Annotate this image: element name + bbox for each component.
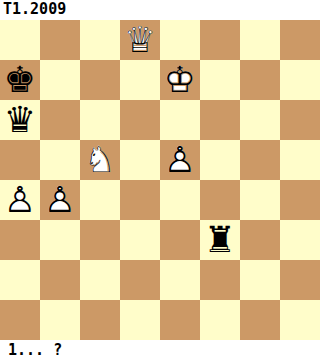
piece-white-pawn: ♙ bbox=[160, 140, 200, 180]
square-e5[interactable]: ♟♙ bbox=[160, 140, 200, 180]
piece-black-rook: ♜ bbox=[200, 220, 240, 260]
puzzle-id: T1.2009 bbox=[0, 0, 320, 20]
square-b3[interactable] bbox=[40, 220, 80, 260]
square-e6[interactable] bbox=[160, 100, 200, 140]
square-g8[interactable] bbox=[240, 20, 280, 60]
square-c6[interactable] bbox=[80, 100, 120, 140]
square-g1[interactable] bbox=[240, 300, 280, 340]
square-h2[interactable] bbox=[280, 260, 320, 300]
square-h1[interactable] bbox=[280, 300, 320, 340]
square-a7[interactable]: ♚ bbox=[0, 60, 40, 100]
square-c7[interactable] bbox=[80, 60, 120, 100]
square-g6[interactable] bbox=[240, 100, 280, 140]
square-c5[interactable]: ♞♘ bbox=[80, 140, 120, 180]
piece-black-king: ♚ bbox=[0, 60, 40, 100]
square-g7[interactable] bbox=[240, 60, 280, 100]
square-d8[interactable]: ♛♕ bbox=[120, 20, 160, 60]
square-a8[interactable] bbox=[0, 20, 40, 60]
square-h3[interactable] bbox=[280, 220, 320, 260]
square-e7[interactable]: ♚♔ bbox=[160, 60, 200, 100]
move-prompt: 1... ? bbox=[0, 340, 320, 360]
square-d7[interactable] bbox=[120, 60, 160, 100]
square-b2[interactable] bbox=[40, 260, 80, 300]
square-c2[interactable] bbox=[80, 260, 120, 300]
square-b1[interactable] bbox=[40, 300, 80, 340]
square-f7[interactable] bbox=[200, 60, 240, 100]
square-b5[interactable] bbox=[40, 140, 80, 180]
square-c1[interactable] bbox=[80, 300, 120, 340]
square-e4[interactable] bbox=[160, 180, 200, 220]
square-f4[interactable] bbox=[200, 180, 240, 220]
square-c4[interactable] bbox=[80, 180, 120, 220]
square-d2[interactable] bbox=[120, 260, 160, 300]
piece-white-pawn: ♙ bbox=[0, 180, 40, 220]
piece-white-queen: ♕ bbox=[120, 20, 160, 60]
square-h8[interactable] bbox=[280, 20, 320, 60]
square-d6[interactable] bbox=[120, 100, 160, 140]
square-h7[interactable] bbox=[280, 60, 320, 100]
square-g2[interactable] bbox=[240, 260, 280, 300]
square-f2[interactable] bbox=[200, 260, 240, 300]
square-e2[interactable] bbox=[160, 260, 200, 300]
square-a4[interactable]: ♟♙ bbox=[0, 180, 40, 220]
square-f6[interactable] bbox=[200, 100, 240, 140]
square-g3[interactable] bbox=[240, 220, 280, 260]
square-d4[interactable] bbox=[120, 180, 160, 220]
square-b7[interactable] bbox=[40, 60, 80, 100]
piece-black-queen: ♛ bbox=[0, 100, 40, 140]
square-h5[interactable] bbox=[280, 140, 320, 180]
square-e8[interactable] bbox=[160, 20, 200, 60]
square-a6[interactable]: ♛ bbox=[0, 100, 40, 140]
square-c3[interactable] bbox=[80, 220, 120, 260]
chess-puzzle-page: T1.2009 ♛♕♚♚♔♛♞♘♟♙♟♙♟♙♜ 1... ? bbox=[0, 0, 320, 360]
chess-board: ♛♕♚♚♔♛♞♘♟♙♟♙♟♙♜ bbox=[0, 20, 320, 340]
square-h4[interactable] bbox=[280, 180, 320, 220]
square-a2[interactable] bbox=[0, 260, 40, 300]
square-a5[interactable] bbox=[0, 140, 40, 180]
piece-white-knight: ♘ bbox=[80, 140, 120, 180]
square-e1[interactable] bbox=[160, 300, 200, 340]
square-f3[interactable]: ♜ bbox=[200, 220, 240, 260]
square-g5[interactable] bbox=[240, 140, 280, 180]
square-f1[interactable] bbox=[200, 300, 240, 340]
square-e3[interactable] bbox=[160, 220, 200, 260]
square-f5[interactable] bbox=[200, 140, 240, 180]
square-h6[interactable] bbox=[280, 100, 320, 140]
square-a1[interactable] bbox=[0, 300, 40, 340]
square-b4[interactable]: ♟♙ bbox=[40, 180, 80, 220]
square-d5[interactable] bbox=[120, 140, 160, 180]
piece-white-king: ♔ bbox=[160, 60, 200, 100]
square-f8[interactable] bbox=[200, 20, 240, 60]
square-c8[interactable] bbox=[80, 20, 120, 60]
square-a3[interactable] bbox=[0, 220, 40, 260]
square-g4[interactable] bbox=[240, 180, 280, 220]
square-b8[interactable] bbox=[40, 20, 80, 60]
piece-white-pawn: ♙ bbox=[40, 180, 80, 220]
square-b6[interactable] bbox=[40, 100, 80, 140]
square-d3[interactable] bbox=[120, 220, 160, 260]
square-d1[interactable] bbox=[120, 300, 160, 340]
